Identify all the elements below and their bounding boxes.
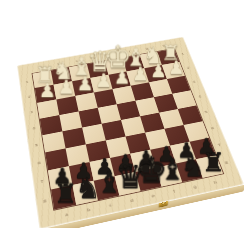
coord-label: 5 [200, 104, 213, 121]
coord-label: 8 [40, 190, 50, 212]
coord-label: 7 [37, 171, 47, 192]
white-pawn: ♟ [113, 69, 130, 88]
coord-label: 2 [25, 89, 34, 105]
brass-clasp-icon [159, 199, 169, 208]
coord-label: g [183, 181, 206, 192]
square [94, 89, 117, 108]
white-pawn: ♟ [95, 72, 112, 91]
square: ♟ [90, 75, 112, 93]
white-pawn: ♟ [168, 59, 185, 78]
coord-label: 6 [34, 153, 44, 173]
black-knight: ♞ [74, 174, 99, 202]
coord-label: 5 [32, 136, 41, 155]
square [82, 124, 106, 145]
coord-label: 1 [23, 74, 31, 90]
product-photo: abcdefgh abcdefgh 12345678 12345678 ♜♞♝♛… [0, 0, 244, 228]
chessboard: abcdefgh abcdefgh 12345678 12345678 ♜♞♝♛… [17, 37, 244, 228]
coord-label: 3 [188, 74, 200, 90]
white-pawn: ♟ [150, 62, 167, 81]
square [59, 111, 82, 131]
square: ♟ [72, 78, 94, 96]
coord-label: c [99, 199, 122, 210]
square: ♟ [54, 81, 76, 99]
square: ♟ [35, 85, 57, 103]
board-frame: abcdefgh abcdefgh 12345678 12345678 ♜♞♝♛… [17, 37, 244, 228]
coord-label: d [120, 195, 143, 206]
white-pawn: ♟ [57, 79, 74, 98]
white-pawn: ♟ [132, 65, 149, 84]
white-pawn: ♟ [76, 75, 93, 94]
white-pawn: ♟ [38, 82, 55, 101]
coord-label: b [77, 204, 100, 216]
coord-label: 3 [27, 104, 36, 121]
coord-label: 4 [194, 89, 206, 105]
coord-label: h [204, 177, 227, 188]
black-rook: ♜ [53, 181, 77, 207]
coord-label: 4 [29, 119, 38, 137]
coord-label: a [55, 209, 78, 221]
square: ♜ [51, 185, 76, 209]
scene: abcdefgh abcdefgh 12345678 12345678 ♜♞♝♛… [21, 14, 221, 214]
